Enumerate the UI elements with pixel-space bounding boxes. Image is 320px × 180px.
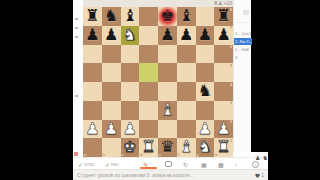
share-button[interactable]: ‹ bbox=[235, 159, 237, 169]
square-g5[interactable] bbox=[196, 63, 215, 82]
speech-bubble-icon bbox=[165, 161, 172, 167]
file-coordinate: c bbox=[122, 153, 124, 157]
square-d6[interactable] bbox=[139, 45, 158, 64]
piece-white-pawn: ♟ bbox=[102, 120, 121, 139]
piece-black-king: ♚ bbox=[158, 7, 177, 26]
panel-corner-icons[interactable]: ♟ ♞ bbox=[255, 154, 268, 161]
square-c8[interactable]: ♝ bbox=[121, 7, 140, 26]
panel-divider bbox=[235, 22, 250, 23]
left-strip-mark bbox=[75, 36, 78, 38]
square-a8[interactable]: ♜ bbox=[83, 7, 102, 26]
rank-coordinate: 7 bbox=[230, 26, 232, 30]
square-b1[interactable]: b bbox=[102, 138, 121, 157]
file-coordinate: b bbox=[103, 153, 105, 157]
square-g3[interactable] bbox=[196, 101, 215, 120]
rec-toggle[interactable]: ✓ REC bbox=[105, 159, 119, 169]
square-d3[interactable] bbox=[139, 101, 158, 120]
square-f3[interactable] bbox=[177, 101, 196, 120]
square-g6[interactable] bbox=[196, 45, 215, 64]
square-h3[interactable]: 3 bbox=[214, 101, 233, 120]
heart-icon: ♥ bbox=[255, 172, 260, 179]
piece-white-pawn: ♟ bbox=[83, 120, 102, 139]
piece-black-pawn: ♟ bbox=[102, 26, 121, 45]
square-c6[interactable] bbox=[121, 45, 140, 64]
caption-text: Студент уроков по шахматам 0: атака на к… bbox=[77, 172, 194, 178]
rank-coordinate: 6 bbox=[230, 45, 232, 49]
square-e5[interactable] bbox=[158, 63, 177, 82]
square-d4[interactable] bbox=[139, 82, 158, 101]
square-g4[interactable]: ♞ bbox=[196, 82, 215, 101]
chess-board[interactable]: ♜♞♝♚♝♜8♟♟♞♟♟♟♟765♞4♝3♟♟♟♟♟2ab♚c♜d♛e♝f♞g♜… bbox=[83, 7, 233, 157]
panel-tab-button[interactable] bbox=[243, 10, 249, 15]
square-h1[interactable]: ♜1h bbox=[214, 138, 233, 157]
rank-coordinate: 8 bbox=[230, 8, 232, 12]
likes-count: 1 bbox=[261, 172, 264, 178]
move-list-item[interactable]: 3. bbox=[234, 54, 252, 61]
material-bar: ♜♟ +10 bbox=[83, 0, 233, 7]
piece-white-bishop: ♝ bbox=[158, 101, 177, 120]
piece-black-rook: ♜ bbox=[83, 7, 102, 26]
share-icon: ‹ bbox=[235, 161, 237, 168]
square-e6[interactable] bbox=[158, 45, 177, 64]
rank-coordinate: 4 bbox=[230, 83, 232, 87]
rank-coordinate: 3 bbox=[230, 101, 232, 105]
square-b5[interactable] bbox=[102, 63, 121, 82]
square-f2[interactable] bbox=[177, 120, 196, 139]
square-e8[interactable]: ♚ bbox=[158, 7, 177, 26]
square-a5[interactable] bbox=[83, 63, 102, 82]
video-caption-bar: Студент уроков по шахматам 0: атака на к… bbox=[73, 169, 268, 180]
square-e2[interactable] bbox=[158, 120, 177, 139]
square-h5[interactable]: 5 bbox=[214, 63, 233, 82]
piece-black-pawn: ♟ bbox=[158, 26, 177, 45]
square-f6[interactable] bbox=[177, 45, 196, 64]
square-c2[interactable]: ♟ bbox=[121, 120, 140, 139]
piece-white-knight: ♞ bbox=[121, 26, 140, 45]
square-c5[interactable] bbox=[121, 63, 140, 82]
square-d5[interactable] bbox=[139, 63, 158, 82]
square-c7[interactable]: ♞ bbox=[121, 26, 140, 45]
piece-white-pawn: ♟ bbox=[121, 120, 140, 139]
square-e4[interactable] bbox=[158, 82, 177, 101]
square-c4[interactable] bbox=[121, 82, 140, 101]
refresh-icon: ↻ bbox=[183, 161, 188, 168]
square-b8[interactable]: ♞ bbox=[102, 7, 121, 26]
info-icon: i bbox=[252, 161, 259, 168]
square-g7[interactable]: ♟ bbox=[196, 26, 215, 45]
square-c3[interactable] bbox=[121, 101, 140, 120]
piece-black-bishop: ♝ bbox=[121, 7, 140, 26]
rec-label: REC bbox=[111, 162, 119, 167]
file-coordinate: h bbox=[215, 153, 217, 157]
square-e7[interactable]: ♟ bbox=[158, 26, 177, 45]
square-a7[interactable]: ♟ bbox=[83, 26, 102, 45]
rank-coordinate: 2 bbox=[230, 120, 232, 124]
move-list-panel: 1... Qxe12. Nxc7+2... Kd83. bbox=[233, 0, 251, 152]
file-coordinate: g bbox=[197, 153, 199, 157]
piece-black-knight: ♞ bbox=[196, 82, 215, 101]
square-h6[interactable]: 6 bbox=[214, 45, 233, 64]
piece-black-pawn: ♟ bbox=[196, 26, 215, 45]
square-c1[interactable]: ♚c bbox=[121, 138, 140, 157]
material-eval: +10 bbox=[224, 0, 232, 7]
file-coordinate: a bbox=[84, 153, 86, 157]
square-a1[interactable]: a bbox=[83, 138, 102, 157]
left-strip-mark bbox=[75, 18, 78, 20]
square-h7[interactable]: ♟7 bbox=[214, 26, 233, 45]
move-list-item[interactable]: 1... Qxe1 bbox=[234, 30, 252, 37]
square-h2[interactable]: ♟2 bbox=[214, 120, 233, 139]
bottom-toolbar: ✓ SYNC ✓ REC ✎ ↻ ▦ ▩ ‹ i ♟ ♞ bbox=[73, 157, 268, 169]
square-g2[interactable]: ♟ bbox=[196, 120, 215, 139]
square-b7[interactable]: ♟ bbox=[102, 26, 121, 45]
square-g8[interactable] bbox=[196, 7, 215, 26]
file-coordinate: e bbox=[159, 153, 161, 157]
captured-pieces-icons: ♜♟ bbox=[214, 0, 223, 7]
piece-black-bishop: ♝ bbox=[177, 7, 196, 26]
piece-black-pawn: ♟ bbox=[83, 26, 102, 45]
left-strip-mark bbox=[75, 95, 78, 97]
knight-icon-small: ♞ bbox=[262, 154, 267, 161]
square-d7[interactable] bbox=[139, 26, 158, 45]
sync-toggle[interactable]: ✓ SYNC bbox=[78, 159, 95, 169]
square-e3[interactable]: ♝ bbox=[158, 101, 177, 120]
piece-icon-small: ♟ bbox=[255, 154, 260, 161]
check-icon: ✓ bbox=[105, 161, 110, 168]
file-coordinate: d bbox=[140, 153, 142, 157]
square-d2[interactable] bbox=[139, 120, 158, 139]
refresh-button[interactable]: ↻ bbox=[183, 159, 188, 169]
square-h8[interactable]: ♜8 bbox=[214, 7, 233, 26]
square-b2[interactable]: ♟ bbox=[102, 120, 121, 139]
file-coordinate: f bbox=[178, 153, 179, 157]
square-g1[interactable]: ♞g bbox=[196, 138, 215, 157]
square-h4[interactable]: 4 bbox=[214, 82, 233, 101]
comment-button[interactable] bbox=[165, 159, 172, 169]
square-f5[interactable] bbox=[177, 63, 196, 82]
square-b3[interactable] bbox=[102, 101, 121, 120]
left-strip-badge bbox=[74, 152, 78, 156]
sync-label: SYNC bbox=[84, 162, 95, 167]
square-f7[interactable]: ♟ bbox=[177, 26, 196, 45]
square-f8[interactable]: ♝ bbox=[177, 7, 196, 26]
square-a3[interactable] bbox=[83, 101, 102, 120]
move-list-item[interactable]: 2. Nxc7+ bbox=[234, 38, 252, 45]
piece-white-bishop: ♝ bbox=[177, 138, 196, 157]
board-layout-button[interactable]: ▩ bbox=[218, 159, 224, 169]
left-strip-mark bbox=[75, 27, 78, 29]
grid-view-button[interactable]: ▦ bbox=[201, 159, 207, 169]
rank-coordinate: 5 bbox=[230, 64, 232, 68]
square-a4[interactable] bbox=[83, 82, 102, 101]
grid-icon: ▦ bbox=[201, 161, 207, 168]
square-a2[interactable]: ♟ bbox=[83, 120, 102, 139]
piece-white-pawn: ♟ bbox=[196, 120, 215, 139]
check-icon: ✓ bbox=[78, 161, 83, 168]
square-e1[interactable]: ♛e bbox=[158, 138, 177, 157]
square-a6[interactable] bbox=[83, 45, 102, 64]
piece-black-knight: ♞ bbox=[102, 7, 121, 26]
square-f1[interactable]: ♝f bbox=[177, 138, 196, 157]
grid2-icon: ▩ bbox=[218, 161, 224, 168]
square-b6[interactable] bbox=[102, 45, 121, 64]
move-list-item[interactable]: 2... Kd8 bbox=[234, 46, 252, 53]
square-d1[interactable]: ♜d bbox=[139, 138, 158, 157]
rank-coordinate: 1 bbox=[230, 139, 232, 143]
likes-widget[interactable]: ♥ 1 bbox=[255, 172, 264, 179]
square-b4[interactable] bbox=[102, 82, 121, 101]
square-f4[interactable] bbox=[177, 82, 196, 101]
piece-black-pawn: ♟ bbox=[177, 26, 196, 45]
square-d8[interactable] bbox=[139, 7, 158, 26]
